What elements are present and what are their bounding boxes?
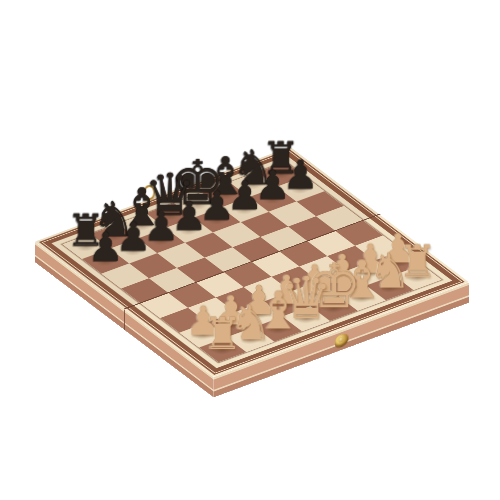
brass-clasp-icon <box>335 332 349 349</box>
fold-seam-side <box>124 309 125 330</box>
white-rook: ♜ <box>201 312 245 356</box>
chess-board: ♜♞♝♛♚♝♞♜♟♟♟♟♟♟♟♟♟♟♟♟♟♟♟♟♜♞♝♛♚♝♞♜ <box>35 147 470 377</box>
product-photo-stage: ♜♞♝♛♚♝♞♜♟♟♟♟♟♟♟♟♟♟♟♟♟♟♟♟♜♞♝♛♚♝♞♜ <box>0 0 500 500</box>
